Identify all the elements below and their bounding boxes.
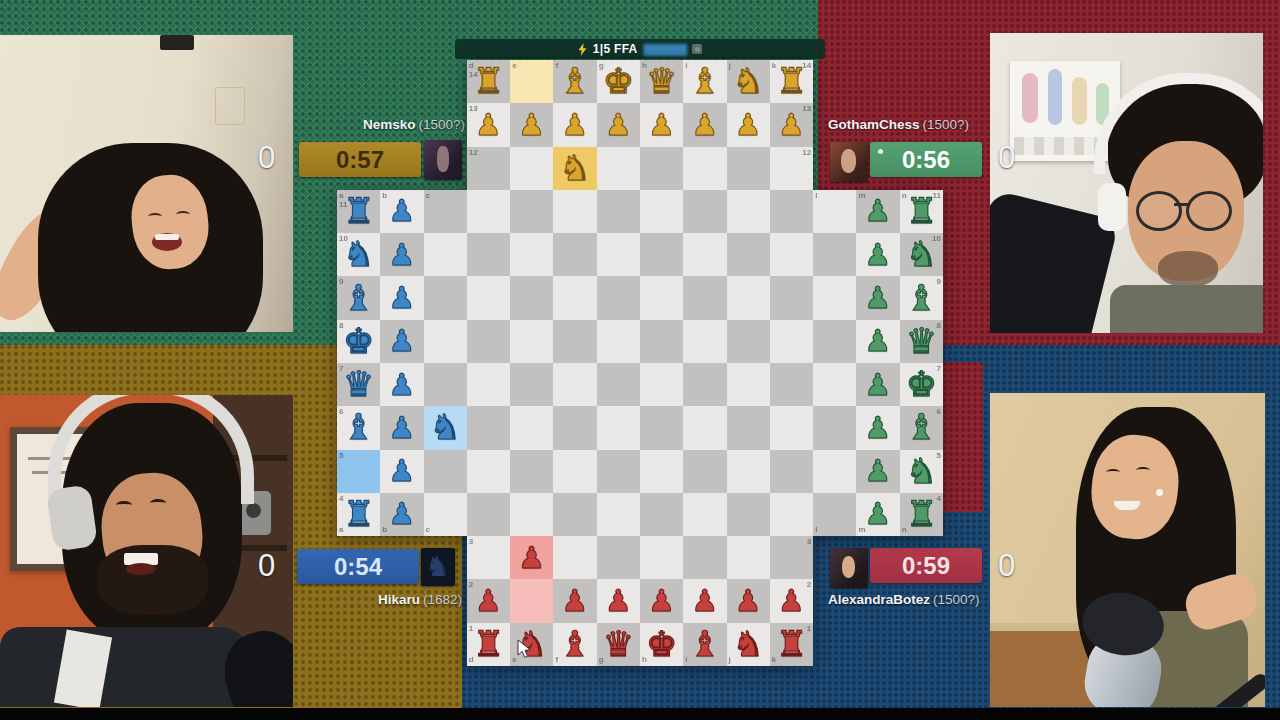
- square-h10[interactable]: [640, 233, 683, 276]
- square-a6[interactable]: 6♝: [337, 406, 380, 449]
- coordinate-label: l: [815, 192, 817, 200]
- square-d10[interactable]: [467, 233, 510, 276]
- letterbox-bar: [0, 708, 1280, 720]
- square-k2[interactable]: 2♟: [770, 579, 813, 622]
- red-bishop[interactable]: ♝: [683, 623, 726, 666]
- board-void: [900, 579, 943, 622]
- square-d6[interactable]: [467, 406, 510, 449]
- board-void: [424, 103, 467, 146]
- square-i6[interactable]: [683, 406, 726, 449]
- square-n8[interactable]: 8♛: [900, 320, 943, 363]
- square-h13[interactable]: ♟: [640, 103, 683, 146]
- square-e4[interactable]: [510, 493, 553, 536]
- square-i12[interactable]: [683, 147, 726, 190]
- coordinate-label: 3: [469, 538, 473, 546]
- square-f4[interactable]: [553, 493, 596, 536]
- board-void: [380, 623, 423, 666]
- red-rook[interactable]: ♜: [467, 623, 510, 666]
- square-i2[interactable]: ♟: [683, 579, 726, 622]
- square-j3[interactable]: [727, 536, 770, 579]
- square-j5[interactable]: [727, 450, 770, 493]
- square-k12[interactable]: 12: [770, 147, 813, 190]
- yellow-pawn[interactable]: ♟: [683, 103, 726, 146]
- board-void: [380, 536, 423, 579]
- red-rook[interactable]: ♜: [770, 623, 813, 666]
- board-void: [813, 623, 856, 666]
- square-f13[interactable]: ♟: [553, 103, 596, 146]
- green-knight[interactable]: ♞: [900, 450, 943, 493]
- square-j1[interactable]: j♞: [727, 623, 770, 666]
- art-piece-beige: [1072, 77, 1087, 125]
- yellow-bishop[interactable]: ♝: [553, 60, 596, 103]
- green-pawn[interactable]: ♟: [856, 233, 899, 276]
- square-k1[interactable]: 1k♜: [770, 623, 813, 666]
- background-panel-red-edge: [943, 362, 983, 512]
- eye: [1106, 469, 1120, 475]
- square-f10[interactable]: [553, 233, 596, 276]
- square-h14[interactable]: h♛: [640, 60, 683, 103]
- square-l6[interactable]: [813, 406, 856, 449]
- green-pawn[interactable]: ♟: [856, 276, 899, 319]
- square-f1[interactable]: f♝: [553, 623, 596, 666]
- square-n11[interactable]: n11♜: [900, 190, 943, 233]
- yellow-pawn[interactable]: ♟: [770, 103, 813, 146]
- square-c11[interactable]: c: [424, 190, 467, 233]
- square-h7[interactable]: [640, 363, 683, 406]
- square-n9[interactable]: 9♝: [900, 276, 943, 319]
- square-m5[interactable]: ♟: [856, 450, 899, 493]
- coordinate-label: 12: [802, 149, 811, 157]
- green-pawn[interactable]: ♟: [856, 493, 899, 536]
- square-h3[interactable]: [640, 536, 683, 579]
- square-k13[interactable]: 13♟: [770, 103, 813, 146]
- closed-eye: [176, 211, 190, 218]
- beard: [1158, 251, 1218, 287]
- square-n5[interactable]: 5♞: [900, 450, 943, 493]
- blue-pawn[interactable]: ♟: [380, 276, 423, 319]
- earbud: [1156, 489, 1163, 496]
- square-f2[interactable]: ♟: [553, 579, 596, 622]
- webcam-bottom-right: [990, 393, 1265, 707]
- square-d11[interactable]: [467, 190, 510, 233]
- square-e3[interactable]: ♟: [510, 536, 553, 579]
- square-n10[interactable]: 10♞: [900, 233, 943, 276]
- square-e11[interactable]: [510, 190, 553, 233]
- yellow-knight[interactable]: ♞: [553, 147, 596, 190]
- square-k9[interactable]: [770, 276, 813, 319]
- square-b7[interactable]: ♟: [380, 363, 423, 406]
- square-f5[interactable]: [553, 450, 596, 493]
- coordinate-label: l: [815, 526, 817, 534]
- square-i3[interactable]: [683, 536, 726, 579]
- board-void: [380, 60, 423, 103]
- square-h2[interactable]: ♟: [640, 579, 683, 622]
- square-h11[interactable]: [640, 190, 683, 233]
- square-h12[interactable]: [640, 147, 683, 190]
- square-k14[interactable]: k14♜: [770, 60, 813, 103]
- score-bottom-right: 0: [998, 548, 1015, 584]
- blue-knight[interactable]: ♞: [424, 406, 467, 449]
- square-e8[interactable]: [510, 320, 553, 363]
- square-f9[interactable]: [553, 276, 596, 319]
- square-f11[interactable]: [553, 190, 596, 233]
- square-m11[interactable]: m♟: [856, 190, 899, 233]
- blue-bishop[interactable]: ♝: [337, 276, 380, 319]
- square-b9[interactable]: ♟: [380, 276, 423, 319]
- square-g10[interactable]: [597, 233, 640, 276]
- square-g2[interactable]: ♟: [597, 579, 640, 622]
- webcam-bottom-left: [0, 395, 293, 707]
- square-b8[interactable]: ♟: [380, 320, 423, 363]
- square-k5[interactable]: [770, 450, 813, 493]
- square-l11[interactable]: l: [813, 190, 856, 233]
- blue-pawn[interactable]: ♟: [380, 233, 423, 276]
- square-d9[interactable]: [467, 276, 510, 319]
- blue-rook[interactable]: ♜: [337, 190, 380, 233]
- blue-pawn[interactable]: ♟: [380, 493, 423, 536]
- square-c7[interactable]: [424, 363, 467, 406]
- square-e10[interactable]: [510, 233, 553, 276]
- square-m6[interactable]: ♟: [856, 406, 899, 449]
- square-g9[interactable]: [597, 276, 640, 319]
- blue-rook[interactable]: ♜: [337, 493, 380, 536]
- yellow-pawn[interactable]: ♟: [510, 103, 553, 146]
- webcam-top-left: [0, 35, 293, 332]
- glasses-right-lens: [1186, 191, 1232, 231]
- green-rook[interactable]: ♜: [900, 493, 943, 536]
- square-i5[interactable]: [683, 450, 726, 493]
- square-g8[interactable]: [597, 320, 640, 363]
- square-j11[interactable]: [727, 190, 770, 233]
- laughing-mouth: [126, 563, 156, 575]
- art-piece-blue: [1048, 69, 1062, 125]
- score-bottom-left: 0: [258, 548, 275, 584]
- banner-badge-icon[interactable]: [692, 44, 702, 54]
- red-queen[interactable]: ♛: [597, 623, 640, 666]
- score-top-left: 0: [258, 140, 275, 176]
- square-i13[interactable]: ♟: [683, 103, 726, 146]
- square-i4[interactable]: [683, 493, 726, 536]
- square-b11[interactable]: b♟: [380, 190, 423, 233]
- square-n4[interactable]: 4n♜: [900, 493, 943, 536]
- square-m9[interactable]: ♟: [856, 276, 899, 319]
- board-void: [856, 103, 899, 146]
- square-a5[interactable]: 5: [337, 450, 380, 493]
- square-e9[interactable]: [510, 276, 553, 319]
- board-void: [337, 147, 380, 190]
- square-k7[interactable]: [770, 363, 813, 406]
- red-king[interactable]: ♚: [640, 623, 683, 666]
- square-e12[interactable]: [510, 147, 553, 190]
- yellow-queen[interactable]: ♛: [640, 60, 683, 103]
- square-k6[interactable]: [770, 406, 813, 449]
- headphone-cup: [46, 484, 98, 552]
- square-j13[interactable]: ♟: [727, 103, 770, 146]
- square-e5[interactable]: [510, 450, 553, 493]
- yellow-king[interactable]: ♚: [597, 60, 640, 103]
- board-void: [900, 60, 943, 103]
- square-k8[interactable]: [770, 320, 813, 363]
- red-pawn[interactable]: ♟: [467, 579, 510, 622]
- square-c8[interactable]: [424, 320, 467, 363]
- square-j9[interactable]: [727, 276, 770, 319]
- mouse-cursor: [517, 639, 532, 659]
- green-pawn[interactable]: ♟: [856, 363, 899, 406]
- square-n7[interactable]: 7♚: [900, 363, 943, 406]
- square-d4[interactable]: [467, 493, 510, 536]
- square-h5[interactable]: [640, 450, 683, 493]
- square-g4[interactable]: [597, 493, 640, 536]
- square-b5[interactable]: ♟: [380, 450, 423, 493]
- square-g13[interactable]: ♟: [597, 103, 640, 146]
- red-pawn[interactable]: ♟: [553, 579, 596, 622]
- blue-pawn[interactable]: ♟: [380, 320, 423, 363]
- square-e6[interactable]: [510, 406, 553, 449]
- webcam-top-right: [990, 33, 1263, 333]
- square-d5[interactable]: [467, 450, 510, 493]
- square-b4[interactable]: b♟: [380, 493, 423, 536]
- square-l4[interactable]: l: [813, 493, 856, 536]
- square-e7[interactable]: [510, 363, 553, 406]
- square-d3[interactable]: 3: [467, 536, 510, 579]
- wall-sketch: [215, 87, 245, 125]
- green-knight[interactable]: ♞: [900, 233, 943, 276]
- board-void: [380, 147, 423, 190]
- board-void: [813, 103, 856, 146]
- yellow-bishop[interactable]: ♝: [683, 60, 726, 103]
- smile: [1114, 501, 1140, 510]
- square-i7[interactable]: [683, 363, 726, 406]
- board-void: [380, 579, 423, 622]
- blue-pawn[interactable]: ♟: [380, 406, 423, 449]
- square-i9[interactable]: [683, 276, 726, 319]
- score-top-right: 0: [998, 140, 1015, 176]
- square-m7[interactable]: ♟: [856, 363, 899, 406]
- yellow-pawn[interactable]: ♟: [467, 103, 510, 146]
- coordinate-label: 5: [339, 452, 343, 460]
- board-void: [813, 60, 856, 103]
- green-rook[interactable]: ♜: [900, 190, 943, 233]
- square-k3[interactable]: 3: [770, 536, 813, 579]
- green-king[interactable]: ♚: [900, 363, 943, 406]
- board-void: [900, 147, 943, 190]
- green-pawn[interactable]: ♟: [856, 450, 899, 493]
- square-i11[interactable]: [683, 190, 726, 233]
- board-void: [900, 623, 943, 666]
- square-h8[interactable]: [640, 320, 683, 363]
- square-e13[interactable]: ♟: [510, 103, 553, 146]
- board-void: [856, 579, 899, 622]
- board-void: [424, 147, 467, 190]
- teeth: [155, 234, 179, 240]
- red-knight[interactable]: ♞: [727, 623, 770, 666]
- square-g12[interactable]: [597, 147, 640, 190]
- time-control-label: 1|5 FFA: [593, 42, 638, 56]
- square-j10[interactable]: [727, 233, 770, 276]
- board-void: [856, 623, 899, 666]
- red-pawn[interactable]: ♟: [683, 579, 726, 622]
- square-a7[interactable]: 7♛: [337, 363, 380, 406]
- eye: [1136, 467, 1150, 473]
- red-pawn[interactable]: ♟: [770, 579, 813, 622]
- shirt: [1110, 285, 1263, 333]
- square-i8[interactable]: [683, 320, 726, 363]
- square-g14[interactable]: g♚: [597, 60, 640, 103]
- glasses-bridge: [1174, 203, 1188, 206]
- square-f12[interactable]: ♞: [553, 147, 596, 190]
- board-void: [900, 103, 943, 146]
- red-pawn[interactable]: ♟: [597, 579, 640, 622]
- green-pawn[interactable]: ♟: [856, 406, 899, 449]
- square-f3[interactable]: [553, 536, 596, 579]
- green-pawn[interactable]: ♟: [856, 190, 899, 233]
- red-bishop[interactable]: ♝: [553, 623, 596, 666]
- square-d14[interactable]: d14♜: [467, 60, 510, 103]
- square-c6[interactable]: ♞: [424, 406, 467, 449]
- red-pawn[interactable]: ♟: [510, 536, 553, 579]
- camera-lens: [246, 503, 261, 518]
- board-void: [424, 579, 467, 622]
- square-l5[interactable]: [813, 450, 856, 493]
- square-n6[interactable]: 6♝: [900, 406, 943, 449]
- square-i14[interactable]: i♝: [683, 60, 726, 103]
- square-j12[interactable]: [727, 147, 770, 190]
- square-i1[interactable]: i♝: [683, 623, 726, 666]
- yellow-pawn[interactable]: ♟: [597, 103, 640, 146]
- square-g6[interactable]: [597, 406, 640, 449]
- square-d7[interactable]: [467, 363, 510, 406]
- square-h4[interactable]: [640, 493, 683, 536]
- stream-frame: { "game": "4-Player Chess — Free-For-All…: [0, 0, 1280, 720]
- board-void: [380, 103, 423, 146]
- square-g7[interactable]: [597, 363, 640, 406]
- square-a4[interactable]: 4a♜: [337, 493, 380, 536]
- square-j4[interactable]: [727, 493, 770, 536]
- yellow-pawn[interactable]: ♟: [640, 103, 683, 146]
- blue-king[interactable]: ♚: [337, 320, 380, 363]
- square-k10[interactable]: [770, 233, 813, 276]
- red-pawn[interactable]: ♟: [640, 579, 683, 622]
- square-e2[interactable]: [510, 579, 553, 622]
- square-m10[interactable]: ♟: [856, 233, 899, 276]
- blue-bishop[interactable]: ♝: [337, 406, 380, 449]
- coordinate-label: c: [426, 192, 430, 200]
- square-m4[interactable]: m♟: [856, 493, 899, 536]
- green-queen[interactable]: ♛: [900, 320, 943, 363]
- board-void: [856, 60, 899, 103]
- blue-pawn[interactable]: ♟: [380, 450, 423, 493]
- square-c5[interactable]: [424, 450, 467, 493]
- square-g3[interactable]: [597, 536, 640, 579]
- square-e14[interactable]: e: [510, 60, 553, 103]
- board-void: [337, 60, 380, 103]
- square-l8[interactable]: [813, 320, 856, 363]
- square-b10[interactable]: ♟: [380, 233, 423, 276]
- board-void: [424, 623, 467, 666]
- square-c9[interactable]: [424, 276, 467, 319]
- coordinate-label: 3: [807, 538, 811, 546]
- square-g11[interactable]: [597, 190, 640, 233]
- glasses-left-lens: [1136, 191, 1182, 231]
- square-h1[interactable]: h♚: [640, 623, 683, 666]
- square-b6[interactable]: ♟: [380, 406, 423, 449]
- yellow-rook[interactable]: ♜: [467, 60, 510, 103]
- yellow-pawn[interactable]: ♟: [553, 103, 596, 146]
- square-g1[interactable]: g♛: [597, 623, 640, 666]
- red-pawn[interactable]: ♟: [727, 579, 770, 622]
- square-a8[interactable]: 8♚: [337, 320, 380, 363]
- blue-knight[interactable]: ♞: [337, 233, 380, 276]
- square-i10[interactable]: [683, 233, 726, 276]
- board-void: [337, 579, 380, 622]
- board-void: [424, 536, 467, 579]
- square-j6[interactable]: [727, 406, 770, 449]
- square-j14[interactable]: j♞: [727, 60, 770, 103]
- board-void: [813, 579, 856, 622]
- blue-queen[interactable]: ♛: [337, 363, 380, 406]
- square-c10[interactable]: [424, 233, 467, 276]
- square-m8[interactable]: ♟: [856, 320, 899, 363]
- game-link[interactable]: ███████: [644, 44, 687, 55]
- square-l9[interactable]: [813, 276, 856, 319]
- green-bishop[interactable]: ♝: [900, 406, 943, 449]
- board-void: [856, 147, 899, 190]
- square-l10[interactable]: [813, 233, 856, 276]
- square-d8[interactable]: [467, 320, 510, 363]
- yellow-rook[interactable]: ♜: [770, 60, 813, 103]
- square-a10[interactable]: 10♞: [337, 233, 380, 276]
- board-void: [337, 103, 380, 146]
- square-f8[interactable]: [553, 320, 596, 363]
- jacket: [0, 627, 250, 707]
- board-void: [424, 60, 467, 103]
- square-d2[interactable]: 2♟: [467, 579, 510, 622]
- square-l7[interactable]: [813, 363, 856, 406]
- square-h6[interactable]: [640, 406, 683, 449]
- square-h9[interactable]: [640, 276, 683, 319]
- square-g5[interactable]: [597, 450, 640, 493]
- square-d12[interactable]: 12: [467, 147, 510, 190]
- board-void: [856, 536, 899, 579]
- square-f7[interactable]: [553, 363, 596, 406]
- square-f6[interactable]: [553, 406, 596, 449]
- square-k11[interactable]: [770, 190, 813, 233]
- square-c4[interactable]: c: [424, 493, 467, 536]
- square-j2[interactable]: ♟: [727, 579, 770, 622]
- square-a9[interactable]: 9♝: [337, 276, 380, 319]
- square-d13[interactable]: 13♟: [467, 103, 510, 146]
- lightning-bolt-icon: [578, 43, 587, 56]
- yellow-knight[interactable]: ♞: [727, 60, 770, 103]
- green-bishop[interactable]: ♝: [900, 276, 943, 319]
- square-j8[interactable]: [727, 320, 770, 363]
- square-k4[interactable]: [770, 493, 813, 536]
- board-void: [337, 623, 380, 666]
- square-f14[interactable]: f♝: [553, 60, 596, 103]
- square-d1[interactable]: 1d♜: [467, 623, 510, 666]
- game-info-banner: 1|5 FFA ███████: [455, 39, 825, 59]
- board-void: [813, 147, 856, 190]
- board-void: [337, 536, 380, 579]
- blue-pawn[interactable]: ♟: [380, 190, 423, 233]
- blue-pawn[interactable]: ♟: [380, 363, 423, 406]
- square-j7[interactable]: [727, 363, 770, 406]
- coordinate-label: c: [426, 526, 430, 534]
- yellow-pawn[interactable]: ♟: [727, 103, 770, 146]
- square-a11[interactable]: a11♜: [337, 190, 380, 233]
- green-pawn[interactable]: ♟: [856, 320, 899, 363]
- four-player-chess-board: d14♜ef♝g♚h♛i♝j♞k14♜13♟♟♟♟♟♟♟13♟12♞12a11♜…: [337, 60, 943, 666]
